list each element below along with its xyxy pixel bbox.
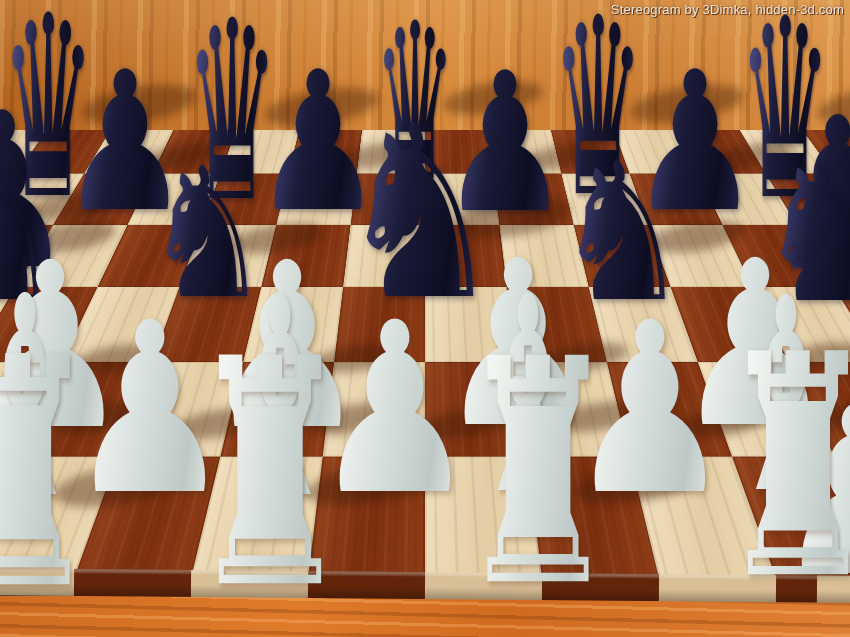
stereogram-scene: ♛♛♛♛♛♟♟♟♟♟♟♞♞♞♞♞♟♟♟♟♝♝♝♝♟♟♟♟♜♜♜♜ Stereog… <box>0 0 850 637</box>
board-square <box>425 225 507 287</box>
board-square <box>425 287 516 362</box>
board-square <box>357 130 425 174</box>
board-square <box>425 130 493 174</box>
table-wood-bottom <box>0 596 850 637</box>
chessboard <box>0 130 850 578</box>
board-square <box>243 287 343 362</box>
board-square <box>276 174 357 225</box>
board-square <box>308 457 425 578</box>
board-square <box>334 287 425 362</box>
board-square <box>493 174 574 225</box>
board-square <box>343 225 425 287</box>
board-square <box>351 174 425 225</box>
board-square <box>425 362 527 456</box>
board-square <box>488 130 561 174</box>
watermark-caption: Stereogram by 3Dimka, hidden-3d.com <box>611 2 844 17</box>
board-square <box>323 362 425 456</box>
board-square <box>425 174 499 225</box>
board-square <box>261 225 350 287</box>
board-square <box>425 457 542 578</box>
board-square <box>289 130 362 174</box>
